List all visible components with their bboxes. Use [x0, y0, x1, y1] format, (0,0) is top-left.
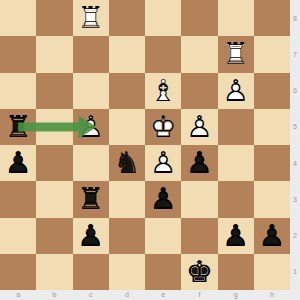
square-b4[interactable] — [36, 145, 72, 181]
square-b8[interactable] — [36, 0, 72, 36]
file-label-g: g — [218, 290, 254, 300]
chess-board-widget: ♜♖♜♖♝♗♟♙♜♖♟♙♚♔♟♙♟♙♞♘♟♙♟♙♜♖♟♙♟♙♟♙♟♙♚♔ abc… — [0, 0, 300, 300]
square-c6[interactable] — [73, 73, 109, 109]
rank-label-5: 5 — [290, 109, 300, 145]
file-label-e: e — [145, 290, 181, 300]
square-e5[interactable] — [145, 109, 181, 145]
square-a8[interactable] — [0, 0, 36, 36]
square-c1[interactable] — [73, 254, 109, 290]
square-b5[interactable] — [36, 109, 72, 145]
file-label-h: h — [254, 290, 290, 300]
square-a1[interactable] — [0, 254, 36, 290]
square-b6[interactable] — [36, 73, 72, 109]
square-g3[interactable] — [218, 181, 254, 217]
square-d1[interactable] — [109, 254, 145, 290]
rank-label-1: 1 — [290, 254, 300, 290]
square-d6[interactable] — [109, 73, 145, 109]
rank-label-6: 6 — [290, 73, 300, 109]
square-f8[interactable] — [181, 0, 217, 36]
square-d7[interactable] — [109, 36, 145, 72]
square-g5[interactable] — [218, 109, 254, 145]
square-h8[interactable] — [254, 0, 290, 36]
square-f6[interactable] — [181, 73, 217, 109]
square-c4[interactable] — [73, 145, 109, 181]
square-c8[interactable] — [73, 0, 109, 36]
square-h4[interactable] — [254, 145, 290, 181]
square-b3[interactable] — [36, 181, 72, 217]
square-h3[interactable] — [254, 181, 290, 217]
square-h6[interactable] — [254, 73, 290, 109]
square-e1[interactable] — [145, 254, 181, 290]
square-h7[interactable] — [254, 36, 290, 72]
square-h1[interactable] — [254, 254, 290, 290]
square-b7[interactable] — [36, 36, 72, 72]
square-b1[interactable] — [36, 254, 72, 290]
square-e4[interactable] — [145, 145, 181, 181]
square-e7[interactable] — [145, 36, 181, 72]
square-f1[interactable] — [181, 254, 217, 290]
square-a4[interactable] — [0, 145, 36, 181]
square-g2[interactable] — [218, 218, 254, 254]
square-h5[interactable] — [254, 109, 290, 145]
square-c2[interactable] — [73, 218, 109, 254]
file-label-f: f — [181, 290, 217, 300]
square-h2[interactable] — [254, 218, 290, 254]
square-g1[interactable] — [218, 254, 254, 290]
square-c5[interactable] — [73, 109, 109, 145]
file-label-a: a — [0, 290, 36, 300]
square-a2[interactable] — [0, 218, 36, 254]
square-e8[interactable] — [145, 0, 181, 36]
square-b2[interactable] — [36, 218, 72, 254]
rank-labels: 87654321 — [290, 0, 300, 290]
square-e2[interactable] — [145, 218, 181, 254]
square-a5[interactable] — [0, 109, 36, 145]
square-d3[interactable] — [109, 181, 145, 217]
square-f3[interactable] — [181, 181, 217, 217]
square-f7[interactable] — [181, 36, 217, 72]
square-d5[interactable] — [109, 109, 145, 145]
chess-board — [0, 0, 290, 290]
square-g8[interactable] — [218, 0, 254, 36]
rank-label-3: 3 — [290, 181, 300, 217]
square-g6[interactable] — [218, 73, 254, 109]
square-f4[interactable] — [181, 145, 217, 181]
square-a3[interactable] — [0, 181, 36, 217]
rank-label-8: 8 — [290, 0, 300, 36]
square-c3[interactable] — [73, 181, 109, 217]
square-d8[interactable] — [109, 0, 145, 36]
square-e3[interactable] — [145, 181, 181, 217]
square-a7[interactable] — [0, 36, 36, 72]
rank-label-7: 7 — [290, 36, 300, 72]
corner-spacer — [290, 290, 300, 300]
square-c7[interactable] — [73, 36, 109, 72]
square-d4[interactable] — [109, 145, 145, 181]
square-e6[interactable] — [145, 73, 181, 109]
square-a6[interactable] — [0, 73, 36, 109]
square-f5[interactable] — [181, 109, 217, 145]
file-label-b: b — [36, 290, 72, 300]
square-g7[interactable] — [218, 36, 254, 72]
square-f2[interactable] — [181, 218, 217, 254]
square-d2[interactable] — [109, 218, 145, 254]
file-label-c: c — [73, 290, 109, 300]
file-labels: abcdefgh — [0, 290, 290, 300]
rank-label-4: 4 — [290, 145, 300, 181]
rank-label-2: 2 — [290, 218, 300, 254]
file-label-d: d — [109, 290, 145, 300]
square-g4[interactable] — [218, 145, 254, 181]
